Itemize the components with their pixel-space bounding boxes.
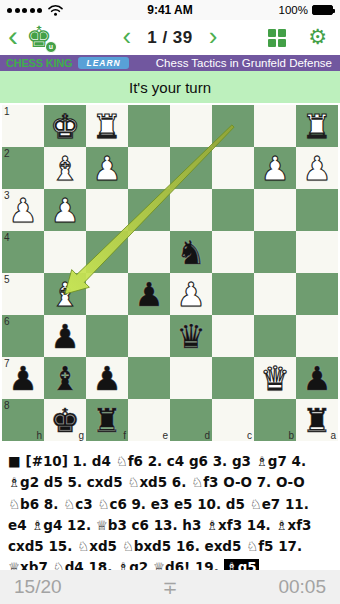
square-g7[interactable]: ♝ bbox=[44, 357, 86, 399]
square-g5[interactable]: ♝ bbox=[44, 273, 86, 315]
square-c8[interactable]: c bbox=[212, 399, 254, 441]
rank-label: 7 bbox=[4, 358, 10, 369]
square-g2[interactable]: ♝ bbox=[44, 147, 86, 189]
square-e7[interactable] bbox=[128, 357, 170, 399]
learn-badge: LEARN bbox=[78, 57, 128, 69]
square-h2[interactable]: 2 bbox=[2, 147, 44, 189]
file-label: a bbox=[330, 430, 336, 441]
square-b1[interactable] bbox=[254, 105, 296, 147]
white-pawn: ♟ bbox=[92, 152, 122, 185]
file-label: b bbox=[288, 430, 294, 441]
square-g4[interactable] bbox=[44, 231, 86, 273]
course-title: Chess Tactics in Grunfeld Defense bbox=[156, 57, 334, 69]
square-f8[interactable]: f♜ bbox=[86, 399, 128, 441]
square-e1[interactable] bbox=[128, 105, 170, 147]
rank-label: 8 bbox=[4, 400, 10, 411]
battery-icon bbox=[312, 5, 333, 15]
square-h8[interactable]: 8h bbox=[2, 399, 44, 441]
square-c7[interactable] bbox=[212, 357, 254, 399]
black-pawn: ♟ bbox=[50, 320, 80, 353]
white-king: ♚ bbox=[50, 110, 80, 143]
square-d3[interactable] bbox=[170, 189, 212, 231]
file-label: c bbox=[247, 430, 252, 441]
square-f4[interactable] bbox=[86, 231, 128, 273]
move-list-text: ■ [#10] 1. d4 ♘f6 2. c4 g6 3. g3 ♗g7 4. … bbox=[8, 453, 311, 575]
rank-label: 3 bbox=[4, 190, 10, 201]
square-h1[interactable]: 1 bbox=[2, 105, 44, 147]
square-d6[interactable]: ♛ bbox=[170, 315, 212, 357]
black-rook: ♜ bbox=[302, 404, 332, 437]
square-d2[interactable] bbox=[170, 147, 212, 189]
square-g8[interactable]: g♚ bbox=[44, 399, 86, 441]
black-pawn: ♟ bbox=[92, 362, 122, 395]
back-button[interactable]: ‹ bbox=[0, 23, 21, 53]
evaluation-symbol: ∓ bbox=[162, 577, 177, 598]
square-e8[interactable]: e bbox=[128, 399, 170, 441]
progress-counter: 15/20 bbox=[14, 576, 62, 598]
square-a2[interactable]: ♟ bbox=[296, 147, 338, 189]
navigation-bar: ‹ ♚ u ‹ 1 / 39 › ⚙ bbox=[0, 20, 340, 55]
turn-banner: It's your turn bbox=[0, 71, 340, 103]
square-f6[interactable] bbox=[86, 315, 128, 357]
rank-label: 1 bbox=[4, 106, 10, 117]
square-d1[interactable] bbox=[170, 105, 212, 147]
white-rook: ♜ bbox=[92, 110, 122, 143]
square-b5[interactable] bbox=[254, 273, 296, 315]
square-a7[interactable]: ♟ bbox=[296, 357, 338, 399]
white-pawn: ♟ bbox=[50, 194, 80, 227]
puzzle-counter: 1 / 39 bbox=[147, 28, 193, 48]
file-label: g bbox=[78, 430, 84, 441]
settings-gear-button[interactable]: ⚙ bbox=[308, 27, 327, 48]
status-bar: 9:41 AM 100% bbox=[0, 0, 340, 20]
square-a3[interactable] bbox=[296, 189, 338, 231]
square-e3[interactable] bbox=[128, 189, 170, 231]
square-h7[interactable]: 7♟ bbox=[2, 357, 44, 399]
square-h4[interactable]: 4 bbox=[2, 231, 44, 273]
white-pawn: ♟ bbox=[176, 278, 206, 311]
signal-strength-icon bbox=[7, 8, 42, 13]
square-f3[interactable] bbox=[86, 189, 128, 231]
clock-time: 9:41 AM bbox=[147, 3, 193, 17]
square-g6[interactable]: ♟ bbox=[44, 315, 86, 357]
square-f1[interactable]: ♜ bbox=[86, 105, 128, 147]
next-puzzle-button[interactable]: › bbox=[209, 25, 218, 51]
square-h6[interactable]: 6 bbox=[2, 315, 44, 357]
square-b3[interactable] bbox=[254, 189, 296, 231]
square-c1[interactable] bbox=[212, 105, 254, 147]
timer: 00:05 bbox=[278, 576, 326, 598]
white-bishop: ♝ bbox=[50, 278, 80, 311]
board-grid: 1♚♜♜2♝♟♟♟3♟♟4♞5♝♟♟6♟♛7♟♝♟♛♟8hg♚f♜edcba♜ bbox=[2, 105, 338, 441]
white-pawn: ♟ bbox=[8, 194, 38, 227]
square-d5[interactable]: ♟ bbox=[170, 273, 212, 315]
square-c2[interactable] bbox=[212, 147, 254, 189]
square-d8[interactable]: d bbox=[170, 399, 212, 441]
white-bishop: ♝ bbox=[50, 152, 80, 185]
black-pawn: ♟ bbox=[134, 278, 164, 311]
square-e4[interactable] bbox=[128, 231, 170, 273]
app-name: CHESS KING bbox=[6, 57, 72, 70]
square-a4[interactable] bbox=[296, 231, 338, 273]
app-screen: 9:41 AM 100% ‹ ♚ u ‹ 1 / 39 › ⚙ CHESS KI… bbox=[0, 0, 340, 604]
square-g3[interactable]: ♟ bbox=[44, 189, 86, 231]
square-h5[interactable]: 5 bbox=[2, 273, 44, 315]
square-a6[interactable] bbox=[296, 315, 338, 357]
rank-label: 4 bbox=[4, 232, 10, 243]
battery-percent: 100% bbox=[279, 4, 308, 16]
square-b2[interactable]: ♟ bbox=[254, 147, 296, 189]
brand-bar: CHESS KING LEARN Chess Tactics in Grunfe… bbox=[0, 55, 340, 71]
square-d7[interactable] bbox=[170, 357, 212, 399]
square-a1[interactable]: ♜ bbox=[296, 105, 338, 147]
square-e5[interactable]: ♟ bbox=[128, 273, 170, 315]
black-rook: ♜ bbox=[92, 404, 122, 437]
square-b7[interactable]: ♛ bbox=[254, 357, 296, 399]
logo-badge: u bbox=[45, 41, 57, 53]
file-label: f bbox=[123, 430, 126, 441]
rank-label: 6 bbox=[4, 316, 10, 327]
black-king: ♚ bbox=[50, 404, 80, 437]
square-c5[interactable] bbox=[212, 273, 254, 315]
black-pawn: ♟ bbox=[302, 362, 332, 395]
square-d4[interactable]: ♞ bbox=[170, 231, 212, 273]
bottom-bar: 15/20 ∓ 00:05 bbox=[0, 570, 340, 604]
square-a5[interactable] bbox=[296, 273, 338, 315]
square-c4[interactable] bbox=[212, 231, 254, 273]
puzzle-list-grid-button[interactable] bbox=[268, 29, 286, 47]
previous-puzzle-button[interactable]: ‹ bbox=[123, 25, 132, 51]
white-queen: ♛ bbox=[260, 362, 290, 395]
rank-label: 2 bbox=[4, 148, 10, 159]
square-b4[interactable] bbox=[254, 231, 296, 273]
chess-king-logo[interactable]: ♚ u bbox=[21, 21, 57, 54]
black-bishop: ♝ bbox=[50, 362, 80, 395]
white-rook: ♜ bbox=[302, 110, 332, 143]
square-f5[interactable] bbox=[86, 273, 128, 315]
square-b6[interactable] bbox=[254, 315, 296, 357]
black-queen: ♛ bbox=[176, 320, 206, 353]
square-f2[interactable]: ♟ bbox=[86, 147, 128, 189]
file-label: d bbox=[204, 430, 210, 441]
move-list[interactable]: ■ [#10] 1. d4 ♘f6 2. c4 g6 3. g3 ♗g7 4. … bbox=[0, 441, 340, 579]
square-e2[interactable] bbox=[128, 147, 170, 189]
square-a8[interactable]: a♜ bbox=[296, 399, 338, 441]
square-c3[interactable] bbox=[212, 189, 254, 231]
chess-board: 1♚♜♜2♝♟♟♟3♟♟4♞5♝♟♟6♟♛7♟♝♟♛♟8hg♚f♜edcba♜ bbox=[2, 105, 338, 441]
wifi-icon bbox=[48, 5, 63, 16]
file-label: h bbox=[36, 430, 42, 441]
rank-label: 5 bbox=[4, 274, 10, 285]
black-pawn: ♟ bbox=[8, 362, 38, 395]
black-knight: ♞ bbox=[176, 236, 206, 269]
square-g1[interactable]: ♚ bbox=[44, 105, 86, 147]
file-label: e bbox=[162, 430, 168, 441]
square-c6[interactable] bbox=[212, 315, 254, 357]
square-f7[interactable]: ♟ bbox=[86, 357, 128, 399]
square-e6[interactable] bbox=[128, 315, 170, 357]
white-pawn: ♟ bbox=[302, 152, 332, 185]
white-pawn: ♟ bbox=[260, 152, 290, 185]
square-b8[interactable]: b bbox=[254, 399, 296, 441]
square-h3[interactable]: 3♟ bbox=[2, 189, 44, 231]
